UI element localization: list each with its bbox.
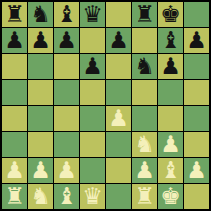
square-b4[interactable] <box>28 106 53 131</box>
square-e2[interactable] <box>106 158 131 183</box>
square-f8[interactable]: ♜ <box>132 2 157 27</box>
square-a5[interactable] <box>2 80 27 105</box>
square-g7[interactable]: ♝ <box>158 28 183 53</box>
square-c1[interactable]: ♝ <box>54 184 79 209</box>
square-c8[interactable]: ♝ <box>54 2 79 27</box>
piece-black-pawn: ♟ <box>28 28 53 53</box>
square-h2[interactable]: ♟ <box>184 158 209 183</box>
piece-white-knight: ♞ <box>28 184 53 209</box>
square-g8[interactable]: ♚ <box>158 2 183 27</box>
square-e5[interactable] <box>106 80 131 105</box>
square-d5[interactable] <box>80 80 105 105</box>
piece-black-king: ♚ <box>158 2 183 27</box>
piece-white-knight: ♞ <box>132 132 157 157</box>
square-h6[interactable] <box>184 54 209 79</box>
square-b6[interactable] <box>28 54 53 79</box>
square-e3[interactable] <box>106 132 131 157</box>
square-a3[interactable] <box>2 132 27 157</box>
piece-white-pawn: ♟ <box>158 132 183 157</box>
square-h3[interactable] <box>184 132 209 157</box>
square-f2[interactable]: ♟ <box>132 158 157 183</box>
square-g1[interactable]: ♚ <box>158 184 183 209</box>
square-h1[interactable] <box>184 184 209 209</box>
piece-black-pawn: ♟ <box>158 54 183 79</box>
piece-black-knight: ♞ <box>28 2 53 27</box>
square-b8[interactable]: ♞ <box>28 2 53 27</box>
square-b2[interactable]: ♟ <box>28 158 53 183</box>
square-c2[interactable]: ♟ <box>54 158 79 183</box>
square-d4[interactable] <box>80 106 105 131</box>
piece-black-pawn: ♟ <box>2 28 27 53</box>
square-b5[interactable] <box>28 80 53 105</box>
square-e1[interactable] <box>106 184 131 209</box>
piece-white-pawn: ♟ <box>106 106 131 131</box>
square-e6[interactable] <box>106 54 131 79</box>
square-a6[interactable] <box>2 54 27 79</box>
square-b3[interactable] <box>28 132 53 157</box>
piece-black-bishop: ♝ <box>158 28 183 53</box>
piece-black-knight: ♞ <box>132 54 157 79</box>
square-c7[interactable]: ♟ <box>54 28 79 53</box>
square-g2[interactable]: ♝ <box>158 158 183 183</box>
piece-white-pawn: ♟ <box>54 158 79 183</box>
square-d1[interactable]: ♛ <box>80 184 105 209</box>
piece-black-pawn: ♟ <box>54 28 79 53</box>
square-h8[interactable] <box>184 2 209 27</box>
square-e8[interactable] <box>106 2 131 27</box>
piece-white-king: ♚ <box>158 184 183 209</box>
piece-white-pawn: ♟ <box>2 158 27 183</box>
square-b7[interactable]: ♟ <box>28 28 53 53</box>
piece-black-queen: ♛ <box>80 2 105 27</box>
piece-white-bishop: ♝ <box>54 184 79 209</box>
piece-white-rook: ♜ <box>2 184 27 209</box>
square-d3[interactable] <box>80 132 105 157</box>
square-a7[interactable]: ♟ <box>2 28 27 53</box>
square-c4[interactable] <box>54 106 79 131</box>
square-f1[interactable]: ♜ <box>132 184 157 209</box>
piece-white-rook: ♜ <box>132 184 157 209</box>
piece-black-rook: ♜ <box>132 2 157 27</box>
square-b1[interactable]: ♞ <box>28 184 53 209</box>
square-c5[interactable] <box>54 80 79 105</box>
square-c3[interactable] <box>54 132 79 157</box>
square-g3[interactable]: ♟ <box>158 132 183 157</box>
piece-white-queen: ♛ <box>80 184 105 209</box>
square-a8[interactable]: ♜ <box>2 2 27 27</box>
piece-black-rook: ♜ <box>2 2 27 27</box>
square-f3[interactable]: ♞ <box>132 132 157 157</box>
square-f5[interactable] <box>132 80 157 105</box>
square-f7[interactable] <box>132 28 157 53</box>
piece-white-bishop: ♝ <box>158 158 183 183</box>
square-a2[interactable]: ♟ <box>2 158 27 183</box>
chess-board-window: ♜♞♝♛♜♚♟♟♟♟♝♟♟♞♟♟♞♟♟♟♟♟♝♟♜♞♝♛♜♚ <box>0 0 211 211</box>
square-a4[interactable] <box>2 106 27 131</box>
square-d6[interactable]: ♟ <box>80 54 105 79</box>
piece-black-pawn: ♟ <box>106 28 131 53</box>
square-g4[interactable] <box>158 106 183 131</box>
square-g6[interactable]: ♟ <box>158 54 183 79</box>
square-h5[interactable] <box>184 80 209 105</box>
square-a1[interactable]: ♜ <box>2 184 27 209</box>
piece-white-pawn: ♟ <box>28 158 53 183</box>
square-h7[interactable]: ♟ <box>184 28 209 53</box>
piece-black-bishop: ♝ <box>54 2 79 27</box>
square-e4[interactable]: ♟ <box>106 106 131 131</box>
square-f4[interactable] <box>132 106 157 131</box>
piece-white-pawn: ♟ <box>184 158 209 183</box>
square-g5[interactable] <box>158 80 183 105</box>
square-h4[interactable] <box>184 106 209 131</box>
piece-white-pawn: ♟ <box>132 158 157 183</box>
chess-board: ♜♞♝♛♜♚♟♟♟♟♝♟♟♞♟♟♞♟♟♟♟♟♝♟♜♞♝♛♜♚ <box>0 0 211 211</box>
square-d8[interactable]: ♛ <box>80 2 105 27</box>
piece-black-pawn: ♟ <box>80 54 105 79</box>
piece-black-pawn: ♟ <box>184 28 209 53</box>
square-c6[interactable] <box>54 54 79 79</box>
square-f6[interactable]: ♞ <box>132 54 157 79</box>
square-d2[interactable] <box>80 158 105 183</box>
square-d7[interactable] <box>80 28 105 53</box>
square-e7[interactable]: ♟ <box>106 28 131 53</box>
